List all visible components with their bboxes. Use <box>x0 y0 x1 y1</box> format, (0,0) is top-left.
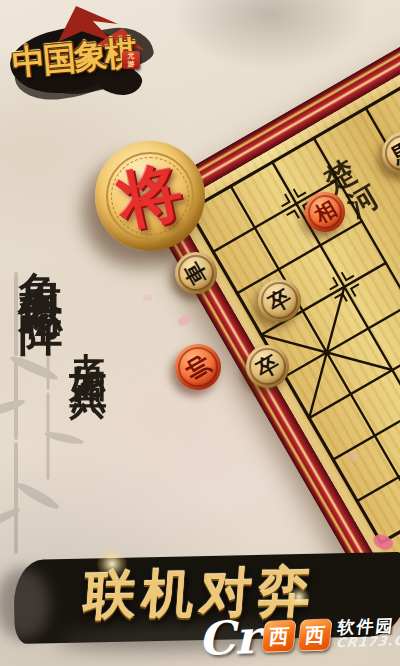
piece-elephant: 相 <box>305 192 345 232</box>
petal <box>176 314 192 327</box>
piece-soldier-2: 卒 <box>246 345 289 388</box>
bamboo-sketch <box>0 268 104 558</box>
watermark-square-1: 西 <box>261 620 296 653</box>
piece-big-general: 将 <box>95 141 205 251</box>
logo-seal-text: 元游 <box>127 52 136 68</box>
piece-chariot: 車 <box>175 252 217 294</box>
promo-screen: 楚 河 将 相 車 卒 帅 卒 馬 <box>0 0 400 666</box>
watermark-site-block: 软件园 CR173.COM <box>335 615 400 650</box>
watermark-cr-logo: Cr <box>197 614 259 662</box>
piece-general-red: 帅 <box>175 344 221 390</box>
piece-soldier-1: 卒 <box>258 279 301 322</box>
petal <box>143 294 153 301</box>
tagline-column-2: 点子如点兵 <box>62 322 113 357</box>
watermark-square-2: 西 <box>297 618 332 651</box>
logo-seal: 元游 <box>122 51 140 69</box>
game-logo: 中国象棋 元游 <box>4 4 176 118</box>
site-watermark: Cr 西 西 软件园 CR173.COM <box>197 602 400 666</box>
watermark-site-url: CR173.COM <box>335 633 400 650</box>
tagline-column-1: 象棋似布阵 <box>12 236 71 286</box>
